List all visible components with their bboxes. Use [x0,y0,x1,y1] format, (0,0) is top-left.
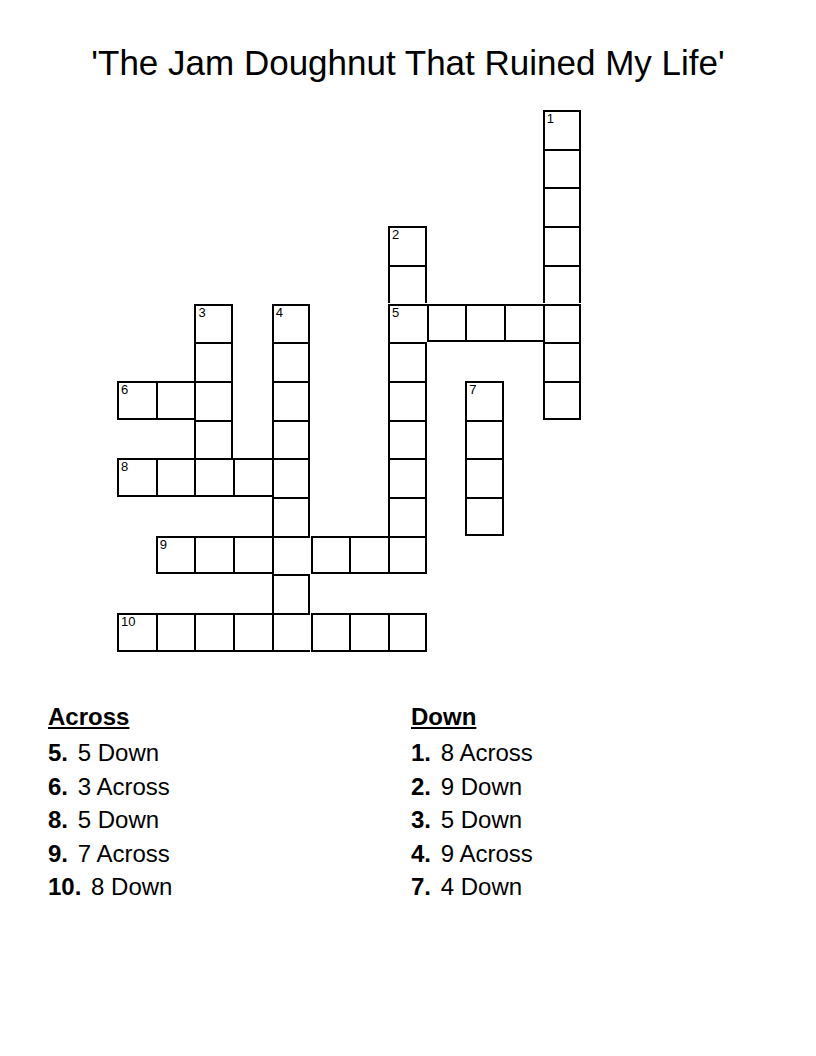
grid-cell-r11c10[interactable] [465,497,504,536]
clue-text: 9 Across [441,840,533,867]
grid-cell-r8c12[interactable] [543,381,582,420]
cell-number-3: 3 [198,306,205,320]
grid-cell-r7c3[interactable] [194,342,233,381]
grid-cell-r7c12[interactable] [543,342,582,381]
cell-number-10: 10 [121,615,135,629]
grid-cell-r13c5[interactable] [272,574,311,613]
clue-number: 8. [48,806,68,833]
clue-text: 5 Down [441,806,522,833]
across-clue-6: 6. 3 Across [48,770,172,803]
cell-number-8: 8 [121,460,128,474]
grid-cell-r12c3[interactable] [194,536,233,575]
grid-cell-r14c2[interactable] [156,613,195,652]
grid-cell-r10c4[interactable] [233,458,272,497]
grid-cell-r11c8[interactable] [388,497,427,536]
grid-cell-r14c3[interactable] [194,613,233,652]
grid-cell-r4c12[interactable] [543,226,582,265]
grid-cell-r12c7[interactable] [349,536,388,575]
clue-number: 1. [411,739,431,766]
cell-number-7: 7 [469,383,476,397]
clue-text: 5 Down [78,806,159,833]
worksheet-page: 'The Jam Doughnut That Ruined My Life' 1… [0,0,816,1056]
across-clue-list: 5. 5 Down6. 3 Across8. 5 Down9. 7 Across… [48,736,172,903]
cell-number-6: 6 [121,383,128,397]
grid-cell-r10c2[interactable] [156,458,195,497]
grid-cell-r8c8[interactable] [388,381,427,420]
grid-cell-r10c5[interactable] [272,458,311,497]
clue-number: 5. [48,739,68,766]
clue-number: 4. [411,840,431,867]
across-clue-10: 10. 8 Down [48,870,172,903]
grid-cell-r2c12[interactable] [543,149,582,188]
grid-cell-r6c10[interactable] [465,304,504,343]
clue-text: 8 Across [441,739,533,766]
grid-cell-r9c3[interactable] [194,420,233,459]
grid-cell-r12c6[interactable] [311,536,350,575]
down-clue-3: 3. 5 Down [411,803,533,836]
grid-cell-r14c4[interactable] [233,613,272,652]
clue-number: 9. [48,840,68,867]
clue-number: 7. [411,873,431,900]
grid-cell-r8c3[interactable] [194,381,233,420]
cell-number-5: 5 [392,306,399,320]
grid-cell-r9c5[interactable] [272,420,311,459]
cell-number-4: 4 [276,306,283,320]
clue-text: 7 Across [78,840,170,867]
down-clue-list: 1. 8 Across2. 9 Down3. 5 Down4. 9 Across… [411,736,533,903]
cell-number-1: 1 [547,112,554,126]
grid-cell-r14c7[interactable] [349,613,388,652]
grid-cell-r14c5[interactable] [272,613,311,652]
grid-cell-r10c10[interactable] [465,458,504,497]
grid-cell-r8c5[interactable] [272,381,311,420]
grid-cell-r9c8[interactable] [388,420,427,459]
down-clue-1: 1. 8 Across [411,736,533,769]
grid-cell-r8c2[interactable] [156,381,195,420]
grid-cell-r9c10[interactable] [465,420,504,459]
grid-cell-r7c8[interactable] [388,342,427,381]
cell-number-9: 9 [160,538,167,552]
down-clues-column: Down 1. 8 Across2. 9 Down3. 5 Down4. 9 A… [411,700,533,903]
across-clue-8: 8. 5 Down [48,803,172,836]
grid-cell-r14c8[interactable] [388,613,427,652]
grid-cell-r5c12[interactable] [543,265,582,304]
clue-text: 3 Across [78,773,170,800]
grid-cell-r14c6[interactable] [311,613,350,652]
cell-number-2: 2 [392,228,399,242]
clue-text: 8 Down [91,873,172,900]
grid-cell-r12c8[interactable] [388,536,427,575]
grid-cell-r12c5[interactable] [272,536,311,575]
grid-cell-r5c8[interactable] [388,265,427,304]
grid-cell-r7c5[interactable] [272,342,311,381]
grid-cell-r10c3[interactable] [194,458,233,497]
across-header: Across [48,700,172,733]
down-clue-2: 2. 9 Down [411,770,533,803]
clue-text: 4 Down [441,873,522,900]
across-clues-column: Across 5. 5 Down6. 3 Across8. 5 Down9. 7… [48,700,172,903]
clue-number: 10. [48,873,81,900]
down-clue-7: 7. 4 Down [411,870,533,903]
grid-cell-r3c12[interactable] [543,187,582,226]
grid-cell-r10c8[interactable] [388,458,427,497]
grid-cell-r11c5[interactable] [272,497,311,536]
across-clue-5: 5. 5 Down [48,736,172,769]
grid-cell-r12c4[interactable] [233,536,272,575]
clue-number: 3. [411,806,431,833]
clue-text: 9 Down [441,773,522,800]
grid-cell-r6c9[interactable] [427,304,466,343]
grid-cell-r6c11[interactable] [504,304,543,343]
clue-number: 6. [48,773,68,800]
grid-cell-r6c12[interactable] [543,304,582,343]
down-clue-4: 4. 9 Across [411,837,533,870]
across-clue-9: 9. 7 Across [48,837,172,870]
clue-text: 5 Down [78,739,159,766]
down-header: Down [411,700,533,733]
clues-section: Across 5. 5 Down6. 3 Across8. 5 Down9. 7… [0,700,816,930]
clue-number: 2. [411,773,431,800]
